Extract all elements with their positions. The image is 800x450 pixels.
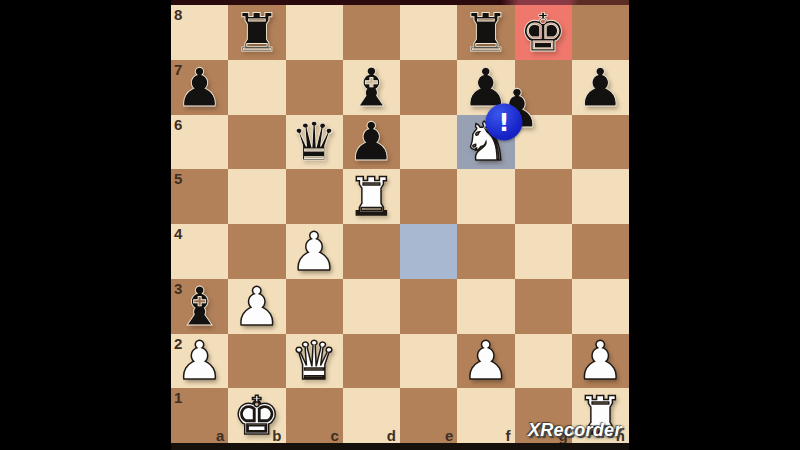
square-e8[interactable] bbox=[400, 5, 457, 60]
square-f8[interactable]: ♜ bbox=[457, 5, 514, 60]
square-g7[interactable]: ♟ bbox=[515, 60, 572, 115]
square-d1[interactable]: d bbox=[343, 388, 400, 443]
xrecorder-watermark: XRecorder bbox=[528, 420, 622, 441]
square-a8[interactable]: 8 bbox=[171, 5, 228, 60]
rank-label-5: 5 bbox=[174, 170, 182, 187]
rank-label-1: 1 bbox=[174, 389, 182, 406]
square-d8[interactable] bbox=[343, 5, 400, 60]
square-c7[interactable] bbox=[286, 60, 343, 115]
square-a4[interactable]: 4 bbox=[171, 224, 228, 279]
piece-bB-d7[interactable]: ♝ bbox=[348, 61, 396, 114]
square-a5[interactable]: 5 bbox=[171, 169, 228, 224]
file-label-b: b bbox=[272, 427, 281, 444]
square-f5[interactable] bbox=[457, 169, 514, 224]
square-a6[interactable]: 6 bbox=[171, 115, 228, 170]
board-squares: 8♜♜♚7♟♝♟♟♟6♛♟♞5♜4♟3♝♟2♟♛♟♟1ab♚cdefgh♜ bbox=[171, 5, 629, 443]
piece-wP-c4[interactable]: ♟ bbox=[290, 225, 338, 278]
square-h4[interactable] bbox=[572, 224, 629, 279]
screen: 8♜♜♚7♟♝♟♟♟6♛♟♞5♜4♟3♝♟2♟♛♟♟1ab♚cdefgh♜ ! … bbox=[0, 0, 800, 450]
square-h2[interactable]: ♟ bbox=[572, 334, 629, 389]
square-d7[interactable]: ♝ bbox=[343, 60, 400, 115]
piece-wR-d5[interactable]: ♜ bbox=[348, 170, 396, 223]
bottom-edge-bar bbox=[171, 443, 629, 450]
rank-label-3: 3 bbox=[174, 280, 182, 297]
square-d5[interactable]: ♜ bbox=[343, 169, 400, 224]
rank-label-2: 2 bbox=[174, 335, 182, 352]
piece-bK-g8[interactable]: ♚ bbox=[519, 6, 567, 59]
square-a1[interactable]: 1a bbox=[171, 388, 228, 443]
square-e7[interactable] bbox=[400, 60, 457, 115]
square-f1[interactable]: f bbox=[457, 388, 514, 443]
square-e4[interactable] bbox=[400, 224, 457, 279]
square-b7[interactable] bbox=[228, 60, 285, 115]
piece-bB-a3[interactable]: ♝ bbox=[176, 280, 224, 333]
piece-wP-a2[interactable]: ♟ bbox=[176, 334, 224, 387]
piece-bP-d6[interactable]: ♟ bbox=[348, 115, 396, 168]
square-b8[interactable]: ♜ bbox=[228, 5, 285, 60]
square-a7[interactable]: 7♟ bbox=[171, 60, 228, 115]
square-e6[interactable] bbox=[400, 115, 457, 170]
square-b2[interactable] bbox=[228, 334, 285, 389]
square-f3[interactable] bbox=[457, 279, 514, 334]
piece-wP-b3[interactable]: ♟ bbox=[233, 280, 281, 333]
square-e1[interactable]: e bbox=[400, 388, 457, 443]
square-d2[interactable] bbox=[343, 334, 400, 389]
chess-board[interactable]: 8♜♜♚7♟♝♟♟♟6♛♟♞5♜4♟3♝♟2♟♛♟♟1ab♚cdefgh♜ ! bbox=[171, 0, 629, 450]
rank-label-4: 4 bbox=[174, 225, 182, 242]
piece-wP-h2[interactable]: ♟ bbox=[577, 334, 625, 387]
piece-bP-h7[interactable]: ♟ bbox=[577, 61, 625, 114]
square-h6[interactable] bbox=[572, 115, 629, 170]
square-h5[interactable] bbox=[572, 169, 629, 224]
square-e2[interactable] bbox=[400, 334, 457, 389]
square-b4[interactable] bbox=[228, 224, 285, 279]
square-g2[interactable] bbox=[515, 334, 572, 389]
square-f4[interactable] bbox=[457, 224, 514, 279]
file-label-f: f bbox=[506, 427, 511, 444]
square-c6[interactable]: ♛ bbox=[286, 115, 343, 170]
square-b1[interactable]: b♚ bbox=[228, 388, 285, 443]
rank-label-7: 7 bbox=[174, 61, 182, 78]
square-d6[interactable]: ♟ bbox=[343, 115, 400, 170]
square-b6[interactable] bbox=[228, 115, 285, 170]
piece-bR-f8[interactable]: ♜ bbox=[462, 6, 510, 59]
square-e3[interactable] bbox=[400, 279, 457, 334]
piece-wP-f2[interactable]: ♟ bbox=[462, 334, 510, 387]
square-c2[interactable]: ♛ bbox=[286, 334, 343, 389]
square-a2[interactable]: 2♟ bbox=[171, 334, 228, 389]
square-d4[interactable] bbox=[343, 224, 400, 279]
square-f2[interactable]: ♟ bbox=[457, 334, 514, 389]
square-g8[interactable]: ♚ bbox=[515, 5, 572, 60]
great-move-badge-glyph: ! bbox=[499, 110, 510, 134]
square-b3[interactable]: ♟ bbox=[228, 279, 285, 334]
piece-bR-b8[interactable]: ♜ bbox=[233, 6, 281, 59]
square-g3[interactable] bbox=[515, 279, 572, 334]
square-c8[interactable] bbox=[286, 5, 343, 60]
file-label-c: c bbox=[330, 427, 338, 444]
piece-wQ-c2[interactable]: ♛ bbox=[290, 334, 338, 387]
square-c1[interactable]: c bbox=[286, 388, 343, 443]
square-h8[interactable] bbox=[572, 5, 629, 60]
square-b5[interactable] bbox=[228, 169, 285, 224]
square-g5[interactable] bbox=[515, 169, 572, 224]
square-g4[interactable] bbox=[515, 224, 572, 279]
square-a3[interactable]: 3♝ bbox=[171, 279, 228, 334]
file-label-d: d bbox=[387, 427, 396, 444]
file-label-e: e bbox=[445, 427, 453, 444]
piece-bQ-c6[interactable]: ♛ bbox=[290, 115, 338, 168]
rank-label-8: 8 bbox=[174, 6, 182, 23]
square-c5[interactable] bbox=[286, 169, 343, 224]
piece-bP-a7[interactable]: ♟ bbox=[176, 61, 224, 114]
square-e5[interactable] bbox=[400, 169, 457, 224]
rank-label-6: 6 bbox=[174, 116, 182, 133]
square-c4[interactable]: ♟ bbox=[286, 224, 343, 279]
top-edge-bar bbox=[171, 0, 629, 5]
file-label-a: a bbox=[216, 427, 224, 444]
square-c3[interactable] bbox=[286, 279, 343, 334]
square-d3[interactable] bbox=[343, 279, 400, 334]
great-move-badge-icon: ! bbox=[486, 104, 523, 141]
square-h7[interactable]: ♟ bbox=[572, 60, 629, 115]
square-h3[interactable] bbox=[572, 279, 629, 334]
